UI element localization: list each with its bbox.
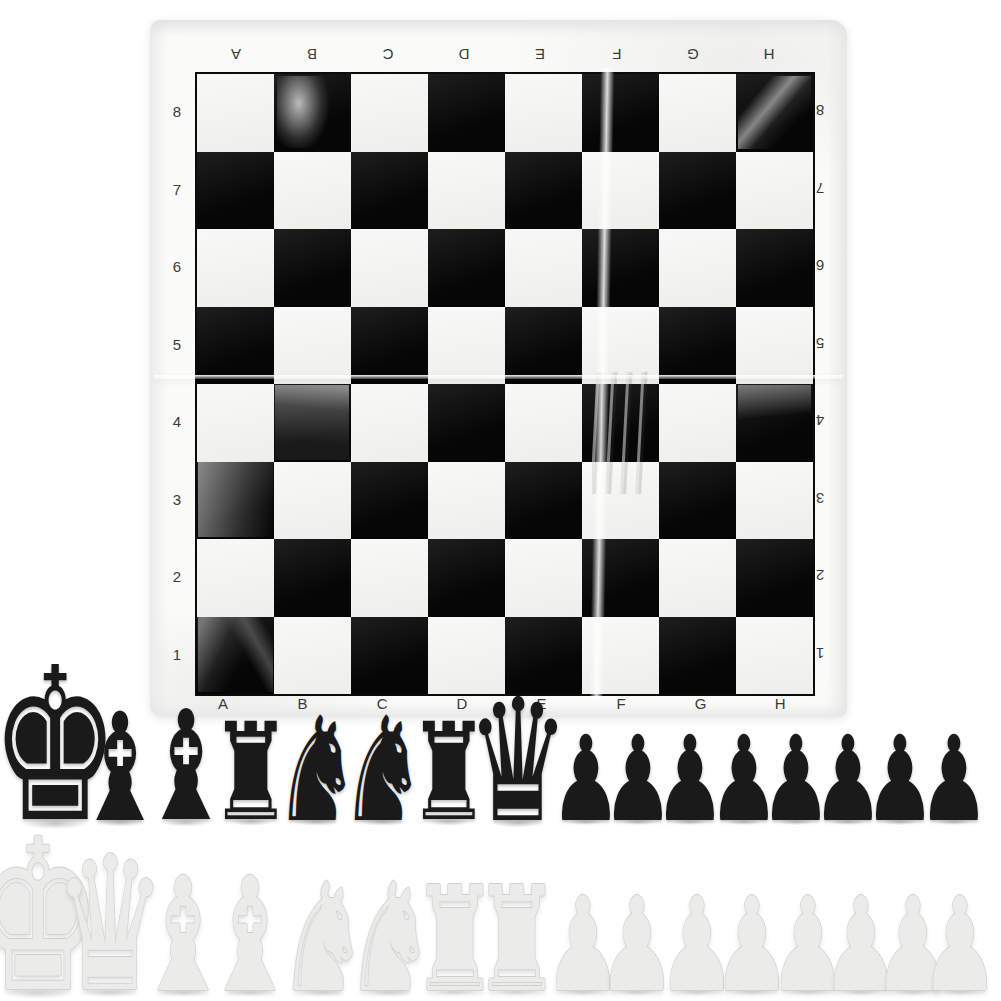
square-g4 (659, 384, 736, 462)
rank-label-left-1: 1 (173, 645, 181, 662)
square-g6 (659, 229, 736, 307)
rank-label-left-5: 5 (173, 335, 181, 352)
square-h3 (736, 462, 813, 540)
white-pawn: ♟ (657, 880, 736, 1001)
white-pawn: ♟ (821, 880, 900, 1001)
square-h7 (736, 152, 813, 230)
rank-label-right-3: 3 (816, 489, 824, 506)
file-label-top-h: H (763, 46, 774, 63)
square-e4 (505, 384, 582, 462)
file-label-bottom-g: G (695, 695, 707, 712)
file-label-bottom-c: C (377, 695, 388, 712)
square-b2 (274, 539, 351, 617)
file-label-bottom-d: D (456, 695, 467, 712)
white-pawn: ♟ (920, 880, 999, 1001)
square-b8 (274, 74, 351, 152)
file-label-top-a: A (231, 46, 241, 63)
square-c6 (351, 229, 428, 307)
file-label-bottom-a: A (218, 695, 228, 712)
square-h5 (736, 307, 813, 385)
square-c3 (351, 462, 428, 540)
fold-crease-horizontal (154, 375, 843, 379)
white-king: ♚ (0, 812, 102, 1001)
square-f6 (582, 229, 659, 307)
square-f1 (582, 617, 659, 695)
square-e8 (505, 74, 582, 152)
rank-label-right-7: 7 (816, 179, 824, 196)
rank-label-left-3: 3 (173, 490, 181, 507)
square-e1 (505, 617, 582, 695)
square-d4 (428, 384, 505, 462)
file-label-top-e: E (535, 46, 545, 63)
square-d5 (428, 307, 505, 385)
rank-label-right-8: 8 (816, 102, 824, 119)
file-label-bottom-e: E (536, 695, 546, 712)
black-pawn: ♟ (550, 720, 622, 838)
white-pawn: ♟ (543, 880, 622, 1001)
square-b4 (274, 384, 351, 462)
file-label-bottom-b: B (298, 695, 308, 712)
rank-label-left-6: 6 (173, 258, 181, 275)
square-c5 (351, 307, 428, 385)
square-f7 (582, 152, 659, 230)
file-label-bottom-f: F (616, 695, 625, 712)
square-a8 (197, 74, 274, 152)
square-h2 (736, 539, 813, 617)
white-knight: ♞ (277, 863, 368, 1001)
square-f8 (582, 74, 659, 152)
square-g2 (659, 539, 736, 617)
square-b5 (274, 307, 351, 385)
black-pawn: ♟ (602, 720, 674, 838)
white-rook: ♜ (473, 867, 561, 1001)
white-rook: ♜ (411, 867, 499, 1001)
square-e7 (505, 152, 582, 230)
square-d1 (428, 617, 505, 695)
white-knight: ♞ (344, 863, 435, 1001)
black-pawn: ♟ (708, 720, 780, 838)
square-a1 (197, 617, 274, 695)
square-e3 (505, 462, 582, 540)
square-h4 (736, 384, 813, 462)
chessboard-grid (195, 72, 815, 696)
square-f2 (582, 539, 659, 617)
file-label-top-c: C (383, 46, 394, 63)
square-d2 (428, 539, 505, 617)
rank-label-left-4: 4 (173, 413, 181, 430)
square-a6 (197, 229, 274, 307)
white-pawn: ♟ (768, 880, 847, 1001)
white-bishop: ♝ (135, 856, 231, 1001)
square-c1 (351, 617, 428, 695)
square-e5 (505, 307, 582, 385)
black-pawn: ♟ (918, 720, 990, 838)
square-h6 (736, 229, 813, 307)
black-rook: ♜ (408, 705, 490, 840)
file-label-top-g: G (687, 46, 699, 63)
square-d7 (428, 152, 505, 230)
file-label-top-f: F (612, 46, 621, 63)
black-pawn: ♟ (654, 720, 726, 838)
square-a4 (197, 384, 274, 462)
square-e6 (505, 229, 582, 307)
square-e2 (505, 539, 582, 617)
black-pawn: ♟ (760, 720, 832, 838)
square-f3 (582, 462, 659, 540)
white-queen: ♛ (53, 832, 166, 1001)
file-label-bottom-h: H (775, 695, 786, 712)
square-b1 (274, 617, 351, 695)
white-bishop: ♝ (202, 856, 298, 1001)
product-photo: AABBCCDDEEFFGGHH8877665544332211 ♚♝♝♜♞♞♜… (0, 0, 1001, 1001)
rank-label-left-7: 7 (173, 180, 181, 197)
square-c2 (351, 539, 428, 617)
square-b7 (274, 152, 351, 230)
white-pawn: ♟ (597, 880, 676, 1001)
square-c4 (351, 384, 428, 462)
board-sheet: AABBCCDDEEFFGGHH8877665544332211 (150, 20, 847, 717)
square-f5 (582, 307, 659, 385)
square-b6 (274, 229, 351, 307)
square-c7 (351, 152, 428, 230)
white-pawn: ♟ (873, 880, 952, 1001)
file-label-top-d: D (459, 46, 470, 63)
black-rook: ♜ (210, 705, 292, 840)
square-a5 (197, 307, 274, 385)
rank-label-left-2: 2 (173, 568, 181, 585)
square-h1 (736, 617, 813, 695)
rank-label-right-5: 5 (816, 334, 824, 351)
square-d8 (428, 74, 505, 152)
black-king: ♚ (0, 640, 120, 852)
square-h8 (736, 74, 813, 152)
rank-label-right-4: 4 (816, 412, 824, 429)
white-pawn: ♟ (712, 880, 791, 1001)
rank-label-right-6: 6 (816, 257, 824, 274)
rank-label-right-1: 1 (816, 644, 824, 661)
square-d6 (428, 229, 505, 307)
black-bishop: ♝ (74, 693, 165, 843)
square-a2 (197, 539, 274, 617)
rank-label-left-8: 8 (173, 103, 181, 120)
square-g8 (659, 74, 736, 152)
square-g7 (659, 152, 736, 230)
square-b3 (274, 462, 351, 540)
black-pawn: ♟ (864, 720, 936, 838)
square-c8 (351, 74, 428, 152)
file-label-top-b: B (307, 46, 317, 63)
black-knight: ♞ (273, 697, 361, 842)
square-g3 (659, 462, 736, 540)
square-a3 (197, 462, 274, 540)
square-g1 (659, 617, 736, 695)
square-f4 (582, 384, 659, 462)
black-knight: ♞ (339, 697, 427, 842)
square-d3 (428, 462, 505, 540)
square-g5 (659, 307, 736, 385)
square-a7 (197, 152, 274, 230)
rank-label-right-2: 2 (816, 567, 824, 584)
black-pawn: ♟ (812, 720, 884, 838)
